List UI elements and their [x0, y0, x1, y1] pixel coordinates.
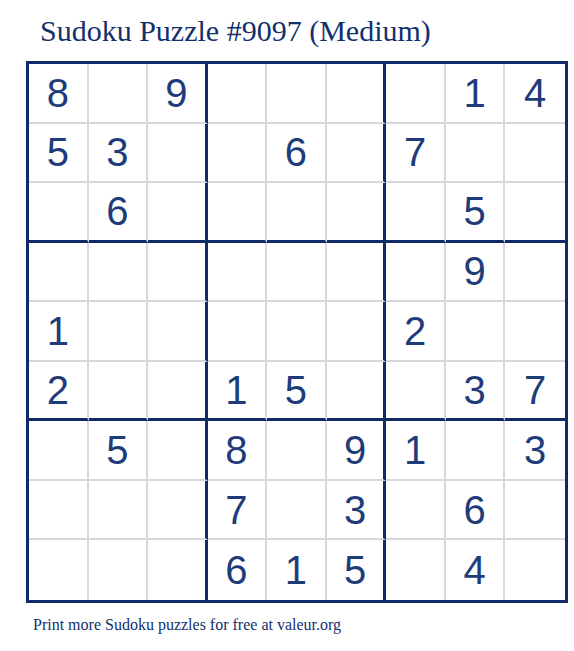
- cell-r5c2[interactable]: [89, 302, 149, 362]
- cell-r4c7[interactable]: [386, 243, 446, 303]
- cell-r6c2[interactable]: [89, 362, 149, 422]
- cell-r2c8[interactable]: [446, 124, 506, 184]
- cell-r9c6[interactable]: 5: [327, 540, 387, 600]
- cell-r6c1[interactable]: 2: [29, 362, 89, 422]
- footer-text: Print more Sudoku puzzles for free at va…: [33, 616, 341, 634]
- cell-r6c8[interactable]: 3: [446, 362, 506, 422]
- cell-r3c9[interactable]: [505, 183, 565, 243]
- cell-r6c3[interactable]: [148, 362, 208, 422]
- cell-r8c4[interactable]: 7: [208, 481, 268, 541]
- cell-r8c7[interactable]: [386, 481, 446, 541]
- cell-r7c3[interactable]: [148, 421, 208, 481]
- cell-r5c9[interactable]: [505, 302, 565, 362]
- cell-r9c9[interactable]: [505, 540, 565, 600]
- cell-r3c7[interactable]: [386, 183, 446, 243]
- cell-r2c5[interactable]: 6: [267, 124, 327, 184]
- cell-r4c6[interactable]: [327, 243, 387, 303]
- cell-r3c6[interactable]: [327, 183, 387, 243]
- cell-r4c1[interactable]: [29, 243, 89, 303]
- cell-r7c8[interactable]: [446, 421, 506, 481]
- cell-r5c3[interactable]: [148, 302, 208, 362]
- cell-r6c4[interactable]: 1: [208, 362, 268, 422]
- cell-r3c4[interactable]: [208, 183, 268, 243]
- cell-r5c8[interactable]: [446, 302, 506, 362]
- sudoku-board: 891453676591221537589137366154: [26, 61, 568, 603]
- cell-r8c5[interactable]: [267, 481, 327, 541]
- cell-r6c6[interactable]: [327, 362, 387, 422]
- cell-r3c5[interactable]: [267, 183, 327, 243]
- cell-r1c3[interactable]: 9: [148, 64, 208, 124]
- cell-r5c4[interactable]: [208, 302, 268, 362]
- cell-r3c8[interactable]: 5: [446, 183, 506, 243]
- cell-r1c9[interactable]: 4: [505, 64, 565, 124]
- cell-r4c9[interactable]: [505, 243, 565, 303]
- cell-r5c1[interactable]: 1: [29, 302, 89, 362]
- cell-r4c3[interactable]: [148, 243, 208, 303]
- cell-r7c1[interactable]: [29, 421, 89, 481]
- cell-r1c5[interactable]: [267, 64, 327, 124]
- cell-r1c6[interactable]: [327, 64, 387, 124]
- cell-r2c2[interactable]: 3: [89, 124, 149, 184]
- cell-r8c9[interactable]: [505, 481, 565, 541]
- cell-r1c8[interactable]: 1: [446, 64, 506, 124]
- cell-r4c8[interactable]: 9: [446, 243, 506, 303]
- cell-r2c6[interactable]: [327, 124, 387, 184]
- cell-r5c5[interactable]: [267, 302, 327, 362]
- cell-r1c7[interactable]: [386, 64, 446, 124]
- cell-r1c4[interactable]: [208, 64, 268, 124]
- cell-r3c1[interactable]: [29, 183, 89, 243]
- cell-r8c6[interactable]: 3: [327, 481, 387, 541]
- cell-r7c4[interactable]: 8: [208, 421, 268, 481]
- cell-r3c2[interactable]: 6: [89, 183, 149, 243]
- cell-r8c3[interactable]: [148, 481, 208, 541]
- cell-r4c4[interactable]: [208, 243, 268, 303]
- page-title: Sudoku Puzzle #9097 (Medium): [40, 14, 431, 48]
- cell-r8c8[interactable]: 6: [446, 481, 506, 541]
- cell-r9c5[interactable]: 1: [267, 540, 327, 600]
- cell-r2c7[interactable]: 7: [386, 124, 446, 184]
- cell-r9c4[interactable]: 6: [208, 540, 268, 600]
- cell-r2c3[interactable]: [148, 124, 208, 184]
- cell-r4c5[interactable]: [267, 243, 327, 303]
- cell-r7c9[interactable]: 3: [505, 421, 565, 481]
- cell-r6c5[interactable]: 5: [267, 362, 327, 422]
- cell-r2c9[interactable]: [505, 124, 565, 184]
- cell-r7c2[interactable]: 5: [89, 421, 149, 481]
- cell-r7c5[interactable]: [267, 421, 327, 481]
- cell-r3c3[interactable]: [148, 183, 208, 243]
- cell-r1c1[interactable]: 8: [29, 64, 89, 124]
- cell-r1c2[interactable]: [89, 64, 149, 124]
- cell-r5c6[interactable]: [327, 302, 387, 362]
- cell-r4c2[interactable]: [89, 243, 149, 303]
- cell-r2c4[interactable]: [208, 124, 268, 184]
- cell-r6c9[interactable]: 7: [505, 362, 565, 422]
- cell-r9c7[interactable]: [386, 540, 446, 600]
- cell-r2c1[interactable]: 5: [29, 124, 89, 184]
- cell-r7c7[interactable]: 1: [386, 421, 446, 481]
- cell-r8c2[interactable]: [89, 481, 149, 541]
- cell-r8c1[interactable]: [29, 481, 89, 541]
- cell-r9c8[interactable]: 4: [446, 540, 506, 600]
- cell-r9c3[interactable]: [148, 540, 208, 600]
- cell-r6c7[interactable]: [386, 362, 446, 422]
- cell-r7c6[interactable]: 9: [327, 421, 387, 481]
- cell-r5c7[interactable]: 2: [386, 302, 446, 362]
- cell-r9c1[interactable]: [29, 540, 89, 600]
- cell-r9c2[interactable]: [89, 540, 149, 600]
